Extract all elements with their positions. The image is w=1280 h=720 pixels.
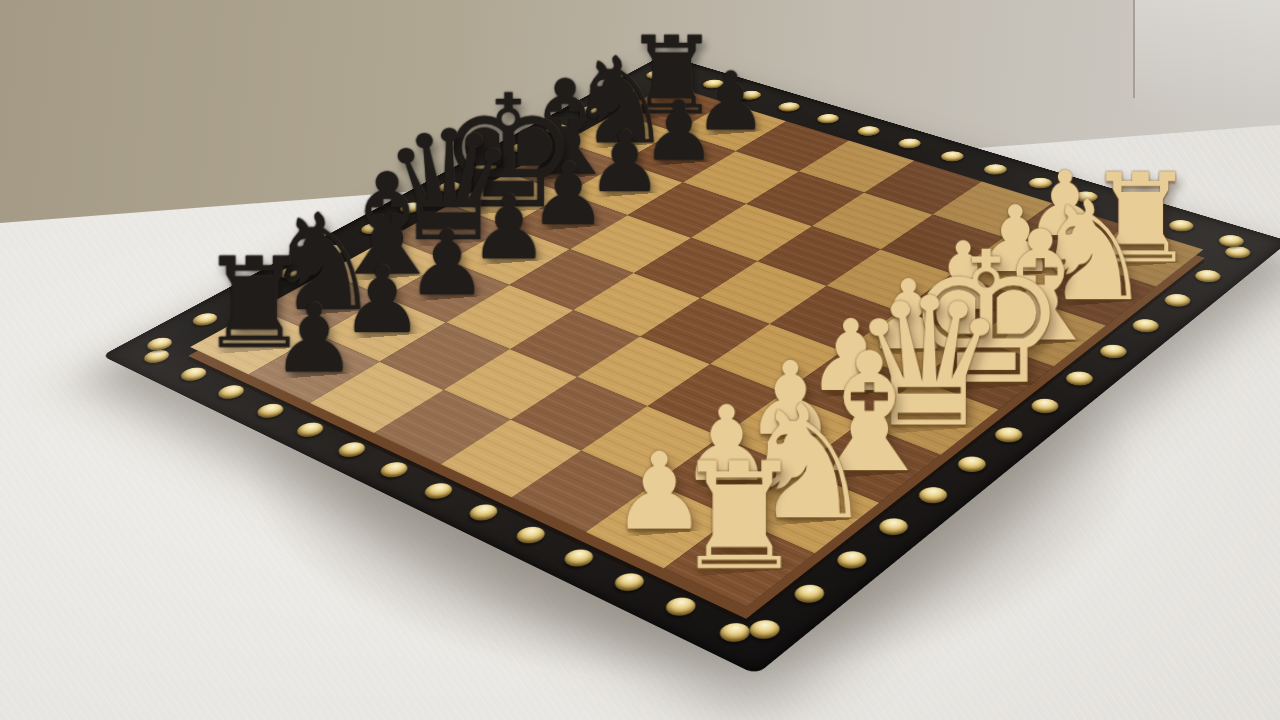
- brass-stud: [853, 124, 883, 137]
- brass-stud: [232, 288, 265, 304]
- brass-stud: [953, 454, 991, 475]
- brass-stud: [1191, 268, 1225, 285]
- wall-corner-crease: [1133, 0, 1135, 98]
- brass-stud: [661, 594, 702, 619]
- brass-stud: [419, 480, 457, 502]
- brass-stud: [471, 160, 501, 174]
- brass-stud: [1160, 292, 1195, 309]
- brass-stud: [213, 383, 248, 402]
- brass-stud: [610, 86, 639, 98]
- brass-stud: [316, 243, 348, 258]
- brass-stud: [434, 180, 465, 194]
- brass-stud: [542, 122, 571, 135]
- brass-stud: [188, 311, 222, 328]
- brass-stud: [914, 484, 953, 506]
- brass-stud: [736, 89, 765, 101]
- brass-stud: [511, 524, 550, 547]
- brass-stud: [609, 570, 650, 594]
- brass-stud: [1128, 317, 1163, 335]
- brass-stud: [1221, 244, 1254, 260]
- brass-stud: [1061, 369, 1097, 388]
- brass-stud: [252, 401, 288, 420]
- brass-stud: [937, 149, 968, 163]
- brass-stud: [873, 515, 913, 538]
- brass-stud: [375, 459, 413, 480]
- brass-stud: [1025, 176, 1056, 190]
- brass-stud: [275, 265, 308, 281]
- brass-stud: [396, 200, 427, 214]
- brass-stud: [895, 137, 925, 150]
- brass-stud: [143, 335, 177, 352]
- brass-stud: [176, 365, 211, 383]
- brass-stud: [1165, 218, 1198, 234]
- brass-stud: [1070, 190, 1102, 205]
- brass-stud: [789, 582, 830, 607]
- brass-stud: [813, 112, 843, 125]
- brass-stud: [1095, 342, 1131, 361]
- brass-stud: [507, 141, 537, 154]
- brass-stud: [292, 420, 328, 440]
- wall-right-panel: [1135, 0, 1280, 118]
- brass-stud: [774, 101, 803, 114]
- brass-stud: [1117, 204, 1149, 219]
- photo-scene: ♜♟♟♜♞♟♟♞♝♟♟♝♚♟♟♚♛♟♟♛♝♟♟♝♞♟♟♞♜♟♟♜: [0, 0, 1280, 720]
- square-f4: [757, 226, 880, 286]
- brass-stud: [333, 439, 370, 459]
- brass-stud: [464, 502, 503, 524]
- brass-stud: [714, 620, 756, 646]
- brass-stud: [744, 617, 786, 643]
- brass-stud: [576, 104, 605, 116]
- brass-stud: [832, 548, 872, 572]
- brass-stud: [1026, 396, 1063, 416]
- brass-stud: [699, 78, 728, 90]
- brass-stud: [990, 424, 1028, 445]
- brass-stud: [559, 546, 599, 570]
- brass-stud: [357, 221, 389, 236]
- brass-stud: [980, 162, 1011, 176]
